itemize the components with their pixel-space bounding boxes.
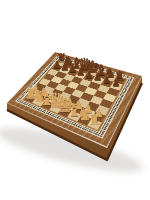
chess-set-photo: ♜♞♝♛♚♝♞♜♟♟♟♟♟♟♟♟♟♟♟♟♟♟♟♟♜♞♝♛♚♝♞♜: [0, 0, 150, 200]
